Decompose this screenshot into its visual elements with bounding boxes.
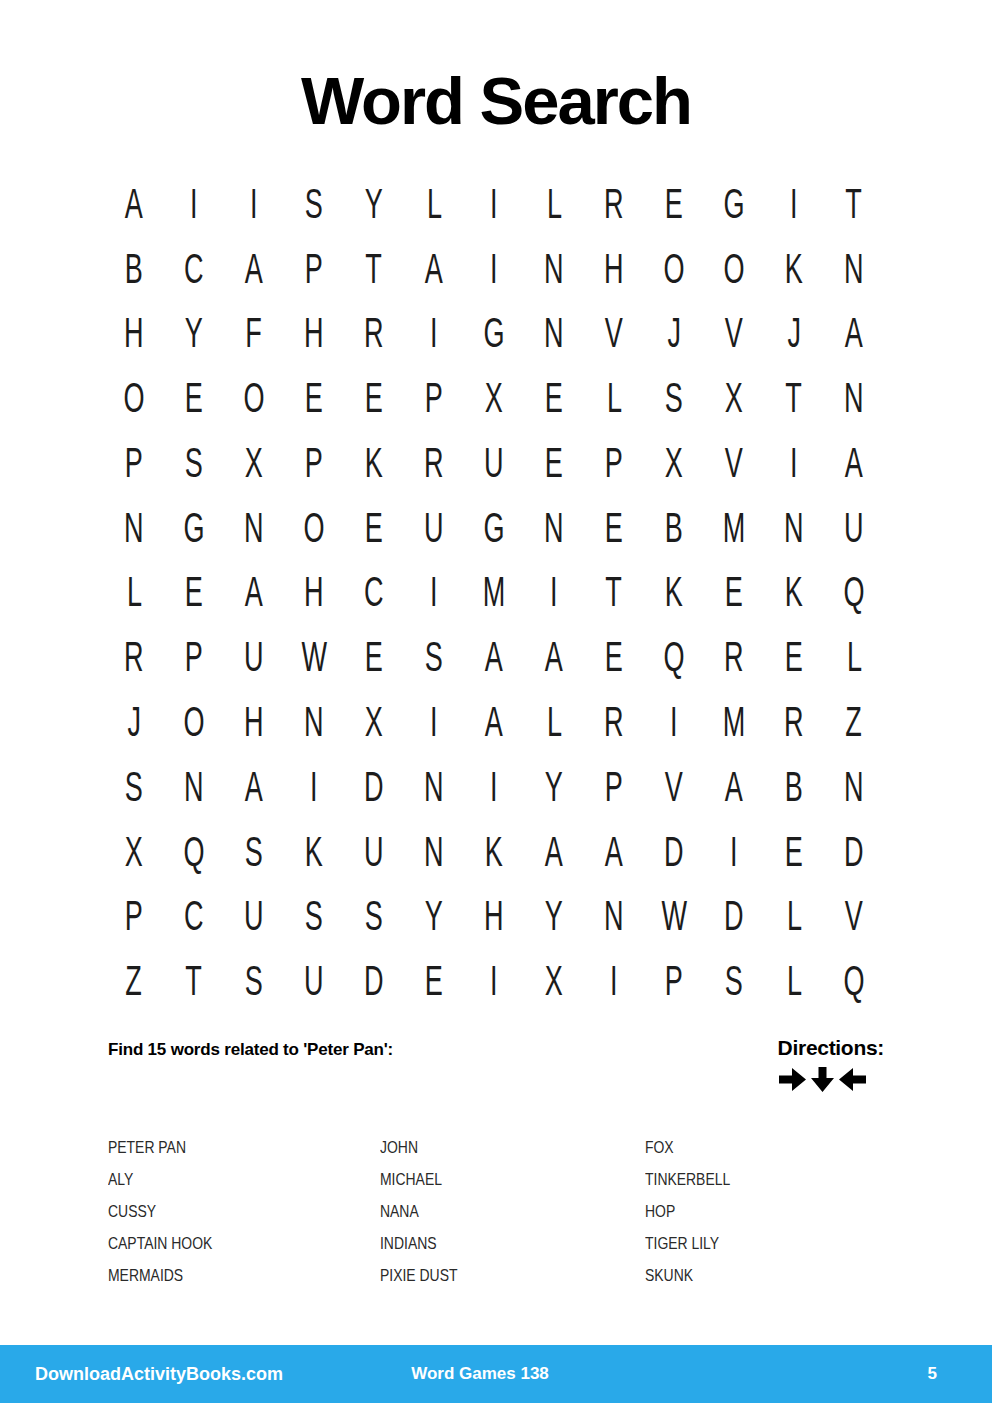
grid-cell[interactable]: R [344,302,404,367]
grid-letter: X [125,831,143,873]
grid-cell[interactable]: P [284,431,344,496]
word-list-item: MERMAIDS [108,1260,331,1292]
grid-letter: E [185,572,203,614]
grid-cell[interactable]: N [824,366,884,431]
grid-cell[interactable]: I [464,755,524,820]
grid-cell[interactable]: H [284,561,344,626]
grid-cell[interactable]: M [704,496,764,561]
grid-cell[interactable]: W [644,884,704,949]
word-list-item: JOHN [380,1132,597,1164]
grid-letter: E [605,637,623,679]
grid-cell[interactable]: E [344,366,404,431]
grid-cell[interactable]: S [284,172,344,237]
grid-letter: O [723,248,744,290]
grid-cell[interactable]: E [404,949,464,1014]
grid-cell[interactable]: V [704,431,764,496]
grid-cell[interactable]: O [704,237,764,302]
grid-letter: I [490,248,498,290]
grid-cell[interactable]: A [104,172,164,237]
grid-cell[interactable]: I [464,949,524,1014]
grid-letter: B [125,248,143,290]
grid-cell[interactable]: K [644,561,704,626]
grid-letter: I [430,702,438,744]
grid-cell[interactable]: L [824,625,884,690]
grid-letter: O [123,378,144,420]
word-list-item: CAPTAIN HOOK [108,1228,331,1260]
grid-cell[interactable]: A [524,820,584,885]
grid-cell[interactable]: I [164,172,224,237]
grid-cell[interactable]: O [104,366,164,431]
grid-letter: S [245,831,263,873]
grid-letter: P [605,443,623,485]
grid-cell[interactable]: N [224,496,284,561]
grid-cell[interactable]: T [824,172,884,237]
grid-letter: U [364,831,384,873]
grid-cell[interactable]: E [704,561,764,626]
grid-letter: P [125,443,143,485]
directions-label: Directions: [778,1036,884,1060]
word-list-item: NANA [380,1196,597,1228]
grid-cell[interactable]: N [764,496,824,561]
grid-letter: I [490,766,498,808]
grid-cell[interactable]: I [404,561,464,626]
grid-letter: K [365,443,383,485]
grid-letter: N [304,702,324,744]
grid-letter: E [665,183,683,225]
grid-cell[interactable]: J [764,302,824,367]
footer-website-link[interactable]: DownloadActivityBooks.com [0,1364,417,1385]
grid-cell[interactable]: O [164,690,224,755]
word-list: PETER PANALYCUSSYCAPTAIN HOOKMERMAIDS JO… [108,1132,908,1292]
grid-cell[interactable]: N [404,820,464,885]
grid-cell[interactable]: A [524,625,584,690]
grid-cell[interactable]: I [284,755,344,820]
grid-letter: Q [663,637,684,679]
grid-cell[interactable]: D [824,820,884,885]
grid-cell[interactable]: W [284,625,344,690]
grid-cell[interactable]: N [104,496,164,561]
arrow-down-icon [809,1066,836,1093]
grid-cell[interactable]: D [344,949,404,1014]
grid-cell[interactable]: X [524,949,584,1014]
grid-letter: H [304,572,324,614]
grid-letter: X [365,702,383,744]
grid-cell[interactable]: E [284,366,344,431]
grid-cell[interactable]: R [584,690,644,755]
grid-letter: S [665,378,683,420]
grid-letter: J [787,313,801,355]
grid-cell[interactable]: I [584,949,644,1014]
grid-cell[interactable]: Q [644,625,704,690]
grid-letter: L [546,183,561,225]
word-list-column-1: PETER PANALYCUSSYCAPTAIN HOOKMERMAIDS [108,1132,380,1292]
grid-cell[interactable]: G [464,496,524,561]
grid-letter: L [426,183,441,225]
grid-cell[interactable]: N [584,884,644,949]
grid-cell[interactable]: U [224,884,284,949]
grid-cell[interactable]: V [584,302,644,367]
grid-letter: V [605,313,623,355]
grid-cell[interactable]: E [524,431,584,496]
grid-letter: A [245,572,263,614]
grid-cell[interactable]: H [584,237,644,302]
grid-cell[interactable]: B [644,496,704,561]
grid-letter: T [606,572,623,614]
grid-cell[interactable]: R [704,625,764,690]
grid-cell[interactable]: D [644,820,704,885]
grid-cell[interactable]: H [284,302,344,367]
grid-cell[interactable]: E [584,496,644,561]
grid-cell[interactable]: I [644,690,704,755]
grid-cell[interactable]: E [344,496,404,561]
grid-letter: X [545,961,563,1003]
grid-cell[interactable]: Q [824,949,884,1014]
grid-letter: I [430,572,438,614]
grid-letter: E [305,378,323,420]
grid-cell[interactable]: E [764,625,824,690]
grid-cell[interactable]: Y [524,884,584,949]
grid-letter: P [665,961,683,1003]
grid-letter: A [545,831,563,873]
grid-cell[interactable]: K [284,820,344,885]
grid-letter: T [846,183,863,225]
grid-cell[interactable]: C [164,884,224,949]
grid-cell[interactable]: S [404,625,464,690]
grid-cell[interactable]: E [164,561,224,626]
grid-cell[interactable]: P [104,884,164,949]
grid-cell[interactable]: I [464,172,524,237]
grid-letter: N [844,248,864,290]
grid-cell[interactable]: J [104,690,164,755]
grid-cell[interactable]: I [404,690,464,755]
grid-letter: K [305,831,323,873]
grid-letter: O [243,378,264,420]
grid-cell[interactable]: G [164,496,224,561]
grid-letter: A [485,637,503,679]
grid-letter: I [670,702,678,744]
grid-cell[interactable]: L [764,884,824,949]
grid-letter: H [484,896,504,938]
grid-cell[interactable]: L [764,949,824,1014]
grid-letter: N [784,507,804,549]
grid-cell[interactable]: E [764,820,824,885]
grid-cell[interactable]: R [764,690,824,755]
grid-letter: R [604,183,624,225]
word-list-column-2: JOHNMICHAELNANAINDIANSPIXIE DUST [380,1132,645,1292]
grid-cell[interactable]: J [644,302,704,367]
grid-cell[interactable]: Y [404,884,464,949]
grid-cell[interactable]: A [224,237,284,302]
grid-letter: E [545,443,563,485]
grid-cell[interactable]: A [464,625,524,690]
grid-cell[interactable]: Y [524,755,584,820]
grid-letter: X [725,378,743,420]
grid-cell[interactable]: X [464,366,524,431]
footer-series-label: Word Games 138 [411,1364,549,1384]
grid-letter: Y [185,313,203,355]
grid-cell[interactable]: D [344,755,404,820]
grid-cell[interactable]: P [584,755,644,820]
grid-cell[interactable]: I [404,302,464,367]
grid-cell[interactable]: G [464,302,524,367]
grid-cell[interactable]: A [224,755,284,820]
grid-letter: N [244,507,264,549]
grid-letter: Y [365,183,383,225]
grid-letter: M [723,702,746,744]
grid-cell[interactable]: L [584,366,644,431]
grid-cell[interactable]: N [824,237,884,302]
grid-cell[interactable]: Z [104,949,164,1014]
grid-letter: K [785,572,803,614]
grid-letter: N [184,766,204,808]
grid-letter: D [364,766,384,808]
grid-letter: I [490,961,498,1003]
grid-letter: A [725,766,743,808]
grid-cell[interactable]: A [404,237,464,302]
grid-cell[interactable]: X [104,820,164,885]
grid-letter: E [785,637,803,679]
grid-letter: L [126,572,141,614]
grid-letter: J [127,702,141,744]
grid-cell[interactable]: O [644,237,704,302]
grid-letter: U [424,507,444,549]
grid-letter: K [665,572,683,614]
grid-letter: N [424,831,444,873]
grid-letter: K [785,248,803,290]
grid-letter: A [425,248,443,290]
grid-letter: Y [545,766,563,808]
grid-letter: P [125,896,143,938]
arrow-right-icon [778,1066,807,1093]
grid-letter: N [844,766,864,808]
grid-cell[interactable]: X [704,366,764,431]
grid-cell[interactable]: Z [824,690,884,755]
grid-letter: S [245,961,263,1003]
grid-letter: A [245,248,263,290]
grid-letter: P [425,378,443,420]
grid-letter: P [305,248,323,290]
grid-letter: N [544,248,564,290]
grid-letter: T [786,378,803,420]
grid-letter: S [725,961,743,1003]
grid-cell[interactable]: A [464,690,524,755]
grid-cell[interactable]: T [164,949,224,1014]
grid-letter: O [663,248,684,290]
word-list-item: PETER PAN [108,1132,331,1164]
grid-letter: H [604,248,624,290]
grid-letter: I [490,183,498,225]
grid-letter: S [305,183,323,225]
directions-block: Directions: [778,1036,884,1093]
grid-cell[interactable]: R [404,431,464,496]
grid-letter: P [605,766,623,808]
grid-cell[interactable]: X [644,431,704,496]
grid-cell[interactable]: S [644,366,704,431]
grid-letter: L [846,637,861,679]
grid-cell[interactable]: V [644,755,704,820]
grid-letter: H [124,313,144,355]
grid-letter: S [365,896,383,938]
grid-cell[interactable]: I [764,172,824,237]
grid-cell[interactable]: L [524,172,584,237]
grid-cell[interactable]: X [344,690,404,755]
grid-cell[interactable]: N [404,755,464,820]
grid-cell[interactable]: P [644,949,704,1014]
grid-cell[interactable]: G [704,172,764,237]
grid-cell[interactable]: E [344,625,404,690]
grid-letter: A [845,313,863,355]
grid-cell[interactable]: K [764,237,824,302]
grid-letter: C [364,572,384,614]
word-search-page: { "game": "word-search", "title": "Word … [0,0,992,1403]
word-list-item: INDIANS [380,1228,597,1260]
grid-cell[interactable]: N [524,302,584,367]
grid-cell[interactable]: I [764,431,824,496]
arrow-left-icon [838,1066,867,1093]
word-list-column-3: FOXTINKERBELLHOPTIGER LILYSKUNK [645,1132,885,1292]
grid-cell[interactable]: D [704,884,764,949]
grid-cell[interactable]: U [824,496,884,561]
grid-letter: O [183,702,204,744]
grid-cell[interactable]: L [524,690,584,755]
grid-cell[interactable]: A [224,561,284,626]
grid-cell[interactable]: U [404,496,464,561]
grid-cell[interactable]: S [224,820,284,885]
grid-cell[interactable]: N [164,755,224,820]
grid-cell[interactable]: X [224,431,284,496]
grid-letter: I [250,183,258,225]
grid-cell[interactable]: V [824,884,884,949]
grid-letter: N [544,507,564,549]
grid-cell[interactable]: A [824,302,884,367]
grid-letter: E [185,378,203,420]
grid-letter: S [425,637,443,679]
grid-letter: I [730,831,738,873]
grid-cell[interactable]: S [344,884,404,949]
grid-cell[interactable]: I [704,820,764,885]
grid-cell[interactable]: A [824,431,884,496]
grid-cell[interactable]: A [584,820,644,885]
grid-letter: E [365,637,383,679]
grid-letter: R [364,313,384,355]
grid-cell[interactable]: R [584,172,644,237]
grid-cell[interactable]: E [644,172,704,237]
grid-cell[interactable]: P [404,366,464,431]
grid-cell[interactable]: E [524,366,584,431]
grid-cell[interactable]: U [344,820,404,885]
grid-cell[interactable]: R [104,625,164,690]
grid-cell[interactable]: K [464,820,524,885]
grid-cell[interactable]: F [224,302,284,367]
grid-letter: N [124,507,144,549]
grid-cell[interactable]: L [404,172,464,237]
grid-cell[interactable]: O [284,496,344,561]
grid-letter: I [550,572,558,614]
grid-letter: G [483,313,504,355]
grid-cell[interactable]: T [764,366,824,431]
grid-letter: W [661,896,687,938]
grid-letter: D [664,831,684,873]
grid-cell[interactable]: Q [164,820,224,885]
grid-cell[interactable]: S [164,431,224,496]
grid-cell[interactable]: K [764,561,824,626]
grid-cell[interactable]: H [464,884,524,949]
word-list-item: TIGER LILY [645,1228,842,1260]
grid-cell[interactable]: U [464,431,524,496]
grid-letter: E [365,507,383,549]
grid-letter: G [183,507,204,549]
grid-cell[interactable]: T [584,561,644,626]
grid-letter: B [785,766,803,808]
grid-cell[interactable]: E [584,625,644,690]
grid-cell[interactable]: U [224,625,284,690]
grid-cell[interactable]: L [104,561,164,626]
grid-cell[interactable]: Y [344,172,404,237]
footer-page-number: 5 [555,1364,992,1384]
grid-cell[interactable]: V [704,302,764,367]
grid-cell[interactable]: H [104,302,164,367]
grid-letter: D [844,831,864,873]
grid-cell[interactable]: B [764,755,824,820]
grid-cell[interactable]: S [224,949,284,1014]
grid-cell[interactable]: S [284,884,344,949]
grid-cell[interactable]: Q [824,561,884,626]
grid-letter: A [485,702,503,744]
grid-cell[interactable]: M [704,690,764,755]
grid-cell[interactable]: H [224,690,284,755]
grid-cell[interactable]: U [284,949,344,1014]
grid-cell[interactable]: S [704,949,764,1014]
grid-letter: D [724,896,744,938]
grid-cell[interactable]: C [164,237,224,302]
grid-cell[interactable]: S [104,755,164,820]
grid-cell[interactable]: O [224,366,284,431]
grid-letter: P [185,637,203,679]
grid-cell[interactable]: N [524,496,584,561]
grid-cell[interactable]: C [344,561,404,626]
grid-cell[interactable]: P [584,431,644,496]
grid-cell[interactable]: E [164,366,224,431]
grid-letter: U [484,443,504,485]
grid-letter: E [605,507,623,549]
grid-letter: Z [126,961,143,1003]
grid-cell[interactable]: N [824,755,884,820]
grid-cell[interactable]: Y [164,302,224,367]
grid-cell[interactable]: P [164,625,224,690]
grid-cell[interactable]: B [104,237,164,302]
grid-letter: I [190,183,198,225]
grid-letter: F [246,313,263,355]
grid-letter: E [425,961,443,1003]
grid-cell[interactable]: M [464,561,524,626]
grid-letter: M [483,572,506,614]
grid-cell[interactable]: I [464,237,524,302]
grid-letter: E [785,831,803,873]
grid-letter: M [723,507,746,549]
grid-cell[interactable]: I [224,172,284,237]
grid-cell[interactable]: P [284,237,344,302]
grid-letter: A [125,183,143,225]
grid-cell[interactable]: K [344,431,404,496]
grid-cell[interactable]: N [284,690,344,755]
grid-letter: R [784,702,804,744]
grid-cell[interactable]: T [344,237,404,302]
grid-cell[interactable]: A [704,755,764,820]
grid-cell[interactable]: I [524,561,584,626]
grid-cell[interactable]: P [104,431,164,496]
word-list-item: SKUNK [645,1260,842,1292]
grid-cell[interactable]: N [524,237,584,302]
